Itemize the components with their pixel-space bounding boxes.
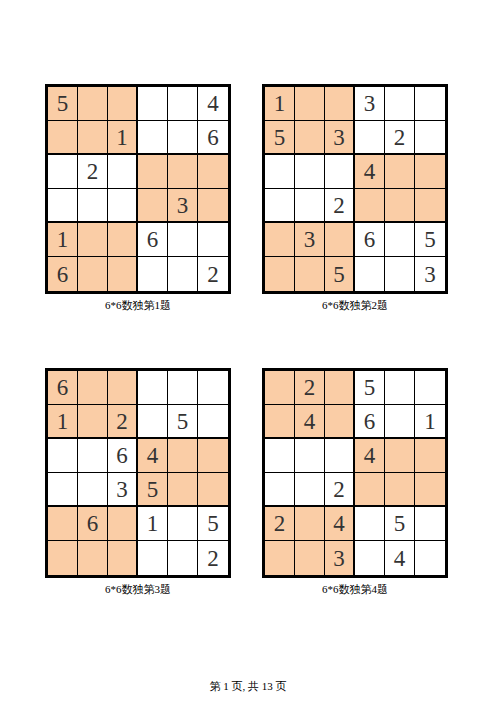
sudoku-cell-r5c3 bbox=[108, 507, 138, 541]
sudoku-cell-r5c1 bbox=[265, 223, 295, 257]
sudoku-cell-r2c5 bbox=[385, 405, 415, 439]
sudoku-cell-r1c1: 1 bbox=[265, 87, 295, 121]
sudoku-cell-r3c6 bbox=[198, 439, 228, 473]
sudoku-cell-r3c3 bbox=[325, 155, 355, 189]
sudoku-board-3: 612564356152 bbox=[45, 368, 231, 578]
sudoku-puzzle-2: 135324236553 6*6数独第2题 bbox=[262, 84, 448, 313]
sudoku-cell-r5c2 bbox=[78, 223, 108, 257]
sudoku-cell-r4c5: 3 bbox=[168, 189, 198, 223]
sudoku-cell-r4c4: 5 bbox=[138, 473, 168, 507]
sudoku-cell-r5c1: 1 bbox=[48, 223, 78, 257]
sudoku-cell-r4c5 bbox=[168, 473, 198, 507]
sudoku-cell-r6c4 bbox=[355, 541, 385, 575]
sudoku-board-2: 135324236553 bbox=[262, 84, 448, 294]
sudoku-cell-r2c5 bbox=[168, 121, 198, 155]
sudoku-cell-r2c2 bbox=[295, 121, 325, 155]
sudoku-cell-r4c2 bbox=[78, 473, 108, 507]
sudoku-cell-r5c2 bbox=[295, 507, 325, 541]
sudoku-cell-r6c1: 6 bbox=[48, 257, 78, 291]
sudoku-cell-r3c1 bbox=[48, 439, 78, 473]
sudoku-cell-r5c3: 4 bbox=[325, 507, 355, 541]
sudoku-cell-r6c3 bbox=[108, 541, 138, 575]
sudoku-cell-r1c6 bbox=[415, 371, 445, 405]
sudoku-cell-r4c2 bbox=[295, 473, 325, 507]
sudoku-cell-r1c5 bbox=[385, 371, 415, 405]
sudoku-puzzle-1: 5416231662 6*6数独第1题 bbox=[45, 84, 231, 313]
sudoku-cell-r4c4 bbox=[138, 189, 168, 223]
sudoku-board-1: 5416231662 bbox=[45, 84, 231, 294]
sudoku-cell-r4c3: 3 bbox=[108, 473, 138, 507]
sudoku-cell-r5c6 bbox=[415, 507, 445, 541]
sudoku-cell-r4c5 bbox=[385, 473, 415, 507]
sudoku-cell-r5c3 bbox=[108, 223, 138, 257]
sudoku-cell-r2c3 bbox=[325, 405, 355, 439]
sudoku-cell-r3c6 bbox=[415, 155, 445, 189]
sudoku-cell-r5c4 bbox=[355, 507, 385, 541]
sudoku-cell-r2c5: 5 bbox=[168, 405, 198, 439]
sudoku-cell-r4c5 bbox=[385, 189, 415, 223]
sudoku-cell-r1c5 bbox=[168, 87, 198, 121]
sudoku-cell-r6c1 bbox=[265, 541, 295, 575]
sudoku-cell-r6c6: 3 bbox=[415, 257, 445, 291]
sudoku-cell-r3c5 bbox=[168, 439, 198, 473]
sudoku-cell-r3c1 bbox=[48, 155, 78, 189]
sudoku-cell-r5c5 bbox=[168, 507, 198, 541]
sudoku-cell-r1c2 bbox=[295, 87, 325, 121]
sudoku-cell-r3c3: 6 bbox=[108, 439, 138, 473]
sudoku-cell-r4c1 bbox=[48, 189, 78, 223]
puzzle-3-caption: 6*6数独第3题 bbox=[45, 582, 231, 597]
sudoku-cell-r6c2 bbox=[78, 257, 108, 291]
sudoku-cell-r1c5 bbox=[385, 87, 415, 121]
sudoku-cell-r6c6: 2 bbox=[198, 257, 228, 291]
sudoku-cell-r3c1 bbox=[265, 439, 295, 473]
sudoku-cell-r2c6 bbox=[198, 405, 228, 439]
sudoku-cell-r1c4 bbox=[138, 87, 168, 121]
sudoku-cell-r5c6: 5 bbox=[198, 507, 228, 541]
sudoku-cell-r5c1: 2 bbox=[265, 507, 295, 541]
sudoku-cell-r3c1 bbox=[265, 155, 295, 189]
sudoku-cell-r1c6 bbox=[415, 87, 445, 121]
sudoku-cell-r3c4: 4 bbox=[138, 439, 168, 473]
sudoku-cell-r2c2 bbox=[78, 121, 108, 155]
sudoku-cell-r6c5 bbox=[168, 257, 198, 291]
sudoku-cell-r3c2: 2 bbox=[78, 155, 108, 189]
sudoku-cell-r5c5: 5 bbox=[385, 507, 415, 541]
sudoku-cell-r2c3: 2 bbox=[108, 405, 138, 439]
sudoku-cell-r5c5 bbox=[168, 223, 198, 257]
sudoku-cell-r1c3 bbox=[108, 87, 138, 121]
sudoku-cell-r3c4 bbox=[138, 155, 168, 189]
sudoku-cell-r5c1 bbox=[48, 507, 78, 541]
sudoku-cell-r1c1: 5 bbox=[48, 87, 78, 121]
sudoku-cell-r6c2 bbox=[295, 541, 325, 575]
sudoku-cell-r6c6 bbox=[415, 541, 445, 575]
sudoku-cell-r4c1 bbox=[48, 473, 78, 507]
sudoku-cell-r3c6 bbox=[198, 155, 228, 189]
sudoku-cell-r6c1 bbox=[48, 541, 78, 575]
sudoku-cell-r3c5 bbox=[385, 155, 415, 189]
sudoku-cell-r1c1 bbox=[265, 371, 295, 405]
sudoku-cell-r6c4 bbox=[138, 257, 168, 291]
sudoku-cell-r3c4: 4 bbox=[355, 439, 385, 473]
sudoku-cell-r3c3 bbox=[325, 439, 355, 473]
sudoku-cell-r2c6: 1 bbox=[415, 405, 445, 439]
sudoku-cell-r4c1 bbox=[265, 189, 295, 223]
worksheet-page: { "game": "sudoku", "variant": "6x6 sudo… bbox=[0, 0, 496, 702]
sudoku-cell-r4c3: 2 bbox=[325, 473, 355, 507]
sudoku-cell-r5c2: 3 bbox=[295, 223, 325, 257]
sudoku-cell-r2c4: 6 bbox=[355, 405, 385, 439]
sudoku-cell-r2c2 bbox=[78, 405, 108, 439]
sudoku-cell-r4c6 bbox=[198, 189, 228, 223]
sudoku-cell-r2c1: 5 bbox=[265, 121, 295, 155]
sudoku-cell-r1c4 bbox=[138, 371, 168, 405]
sudoku-cell-r1c5 bbox=[168, 371, 198, 405]
sudoku-cell-r2c4 bbox=[138, 405, 168, 439]
puzzle-2-caption: 6*6数独第2题 bbox=[262, 298, 448, 313]
sudoku-cell-r1c2: 2 bbox=[295, 371, 325, 405]
sudoku-cell-r6c6: 2 bbox=[198, 541, 228, 575]
sudoku-cell-r4c2 bbox=[78, 189, 108, 223]
sudoku-cell-r3c3 bbox=[108, 155, 138, 189]
sudoku-cell-r5c6: 5 bbox=[415, 223, 445, 257]
sudoku-cell-r1c1: 6 bbox=[48, 371, 78, 405]
sudoku-cell-r2c4 bbox=[138, 121, 168, 155]
sudoku-cell-r3c5 bbox=[385, 439, 415, 473]
sudoku-cell-r1c4: 5 bbox=[355, 371, 385, 405]
sudoku-cell-r1c6: 4 bbox=[198, 87, 228, 121]
sudoku-cell-r6c3 bbox=[108, 257, 138, 291]
sudoku-cell-r6c5: 4 bbox=[385, 541, 415, 575]
sudoku-cell-r2c1: 1 bbox=[48, 405, 78, 439]
sudoku-cell-r4c6 bbox=[415, 189, 445, 223]
sudoku-board-4: 254614224534 bbox=[262, 368, 448, 578]
sudoku-cell-r4c1 bbox=[265, 473, 295, 507]
sudoku-cell-r5c6 bbox=[198, 223, 228, 257]
sudoku-cell-r6c4 bbox=[355, 257, 385, 291]
sudoku-cell-r2c3: 1 bbox=[108, 121, 138, 155]
sudoku-cell-r6c5 bbox=[168, 541, 198, 575]
sudoku-cell-r2c1 bbox=[48, 121, 78, 155]
sudoku-cell-r1c3 bbox=[325, 87, 355, 121]
sudoku-cell-r2c4 bbox=[355, 121, 385, 155]
sudoku-cell-r2c3: 3 bbox=[325, 121, 355, 155]
sudoku-cell-r4c4 bbox=[355, 189, 385, 223]
sudoku-cell-r6c5 bbox=[385, 257, 415, 291]
sudoku-cell-r5c4: 6 bbox=[355, 223, 385, 257]
puzzle-4-caption: 6*6数独第4题 bbox=[262, 582, 448, 597]
sudoku-cell-r6c2 bbox=[295, 257, 325, 291]
sudoku-cell-r6c1 bbox=[265, 257, 295, 291]
sudoku-cell-r5c2: 6 bbox=[78, 507, 108, 541]
sudoku-cell-r6c3: 3 bbox=[325, 541, 355, 575]
sudoku-cell-r4c6 bbox=[198, 473, 228, 507]
sudoku-cell-r3c6 bbox=[415, 439, 445, 473]
sudoku-cell-r4c2 bbox=[295, 189, 325, 223]
sudoku-cell-r2c6: 6 bbox=[198, 121, 228, 155]
sudoku-cell-r1c2 bbox=[78, 87, 108, 121]
sudoku-cell-r6c2 bbox=[78, 541, 108, 575]
sudoku-cell-r2c6 bbox=[415, 121, 445, 155]
sudoku-cell-r3c2 bbox=[295, 155, 325, 189]
sudoku-puzzle-3: 612564356152 6*6数独第3题 bbox=[45, 368, 231, 597]
sudoku-cell-r4c6 bbox=[415, 473, 445, 507]
sudoku-cell-r5c5 bbox=[385, 223, 415, 257]
sudoku-cell-r5c3 bbox=[325, 223, 355, 257]
sudoku-cell-r5c4: 6 bbox=[138, 223, 168, 257]
sudoku-cell-r3c2 bbox=[78, 439, 108, 473]
sudoku-cell-r5c4: 1 bbox=[138, 507, 168, 541]
sudoku-cell-r6c3: 5 bbox=[325, 257, 355, 291]
sudoku-cell-r2c1 bbox=[265, 405, 295, 439]
sudoku-cell-r4c3: 2 bbox=[325, 189, 355, 223]
sudoku-puzzle-4: 254614224534 6*6数独第4题 bbox=[262, 368, 448, 597]
sudoku-cell-r1c3 bbox=[108, 371, 138, 405]
page-footer: 第 1 页, 共 13 页 bbox=[0, 679, 496, 694]
sudoku-cell-r1c4: 3 bbox=[355, 87, 385, 121]
sudoku-cell-r1c3 bbox=[325, 371, 355, 405]
sudoku-cell-r3c2 bbox=[295, 439, 325, 473]
sudoku-cell-r2c2: 4 bbox=[295, 405, 325, 439]
sudoku-cell-r1c6 bbox=[198, 371, 228, 405]
sudoku-cell-r4c3 bbox=[108, 189, 138, 223]
puzzle-1-caption: 6*6数独第1题 bbox=[45, 298, 231, 313]
sudoku-cell-r1c2 bbox=[78, 371, 108, 405]
sudoku-cell-r3c5 bbox=[168, 155, 198, 189]
sudoku-cell-r6c4 bbox=[138, 541, 168, 575]
sudoku-cell-r3c4: 4 bbox=[355, 155, 385, 189]
sudoku-cell-r4c4 bbox=[355, 473, 385, 507]
sudoku-cell-r2c5: 2 bbox=[385, 121, 415, 155]
